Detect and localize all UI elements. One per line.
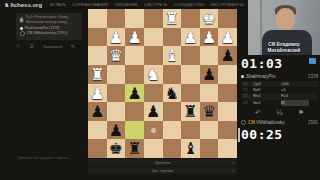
tools-row: ⚐ ☰ Таблица ▾ ✎ [16, 42, 82, 50]
square-b6[interactable]: ♛ [200, 102, 219, 121]
move-list: 20 Qg3 Qb6 21 Bd3 a3 22 Rh4 Rc6 23 Ne4 f… [241, 81, 318, 106]
square-d6[interactable] [163, 102, 182, 121]
square-g7[interactable]: ♟ [107, 121, 126, 140]
nav-item-tools[interactable]: ИНСТРУМЕНТЫ [211, 2, 244, 7]
square-d4[interactable] [163, 65, 182, 84]
piece-white-pawn[interactable]: ♟ [200, 28, 219, 47]
black-color-icon [241, 120, 246, 125]
player-name: VMikhailovsky [256, 120, 285, 125]
square-b4[interactable]: ♟ [200, 65, 219, 84]
square-e5[interactable] [144, 84, 163, 103]
chevron-right-icon: › [232, 167, 234, 174]
black-move[interactable]: Rc6 [281, 93, 309, 99]
square-h7[interactable] [88, 121, 107, 140]
square-c8[interactable]: ♝ [181, 139, 200, 158]
square-a2[interactable]: ♟ [218, 28, 237, 47]
square-c6[interactable]: ♜ [181, 102, 200, 121]
player-clock: 00:25 [241, 127, 317, 143]
square-g8[interactable]: ♚ [107, 139, 126, 158]
square-a7[interactable] [218, 121, 237, 140]
opponent-clock: 01:03 [241, 56, 317, 71]
spectators-label: Зрители [155, 160, 170, 165]
piece-white-knight[interactable]: ♞ [144, 65, 163, 84]
piece-black-pawn[interactable]: ♟ [107, 121, 126, 140]
piece-black-pawn[interactable]: ♟ [200, 65, 219, 84]
square-h8[interactable] [88, 139, 107, 158]
square-d3[interactable]: ♝ [163, 46, 182, 65]
lichess-stream-screen: ♞ lichess.org ИГРАТЬ СОРЕВНОВАНИЯ ОБУЧЕН… [0, 0, 320, 180]
chat-row[interactable]: Чат партии › [88, 167, 237, 174]
piece-white-rook[interactable]: ♜ [88, 65, 107, 84]
square-g1[interactable] [107, 9, 126, 28]
square-b1[interactable]: ♚ [200, 9, 219, 28]
piece-white-bishop[interactable]: ♝ [163, 46, 182, 65]
chevron-right-icon: › [232, 159, 234, 166]
square-b8[interactable] [200, 139, 219, 158]
square-f7[interactable] [125, 121, 144, 140]
square-g4[interactable] [107, 65, 126, 84]
square-e3[interactable] [144, 46, 163, 65]
logo-text: lichess.org [10, 2, 42, 8]
move-number: 23 [241, 100, 253, 106]
square-h4[interactable]: ♜ [88, 65, 107, 84]
piece-black-rook[interactable]: ♜ [125, 139, 144, 158]
piece-white-pawn[interactable]: ♟ [181, 28, 200, 47]
chat-label: Чат партии [152, 168, 173, 173]
piece-black-pawn[interactable]: ♟ [88, 102, 107, 121]
black-move-current[interactable]: f5 [281, 100, 309, 106]
square-e2[interactable] [144, 28, 163, 47]
square-f5[interactable]: ♟ [125, 84, 144, 103]
lichess-logo[interactable]: ♞ lichess.org [4, 1, 42, 8]
black-color-icon [20, 31, 25, 36]
square-c5[interactable] [181, 84, 200, 103]
square-a3[interactable]: ♟ [218, 46, 237, 65]
game-actions: ↶ ½ ⚑ [241, 107, 318, 118]
nav-item-play[interactable]: ИГРАТЬ [50, 2, 66, 7]
white-color-icon [20, 27, 23, 30]
spectators-row[interactable]: Зрители › [88, 159, 237, 166]
piece-black-knight[interactable]: ♞ [163, 84, 182, 103]
menu-tool-icon[interactable]: ☰ [29, 43, 33, 49]
white-move[interactable]: Ne4 [253, 100, 281, 106]
nav-item-tournaments[interactable]: СОРЕВНОВАНИЯ [72, 2, 108, 7]
square-h6[interactable]: ♟ [88, 102, 107, 121]
piece-black-bishop[interactable]: ♝ [181, 139, 200, 158]
square-g6[interactable] [107, 102, 126, 121]
streamer-caption: СМ Владимир Михайловский [248, 42, 320, 53]
square-c4[interactable] [181, 65, 200, 84]
player-title: СМ [248, 120, 255, 125]
piece-white-pawn[interactable]: ♟ [125, 28, 144, 47]
nav-menu: ИГРАТЬ СОРЕВНОВАНИЯ ОБУЧЕНИЕ СМОТРЕТЬ СО… [50, 2, 244, 7]
settings-tool-icon[interactable]: ✎ [71, 43, 75, 49]
square-h2[interactable] [88, 28, 107, 47]
square-c2[interactable]: ♟ [181, 28, 200, 47]
draw-offer-button[interactable]: ½ [276, 109, 283, 117]
square-a5[interactable] [218, 84, 237, 103]
square-b2[interactable]: ♟ [200, 28, 219, 47]
chat-ticker: Зрители обсуждают партию… [17, 155, 73, 160]
streamer-face [276, 8, 295, 30]
piece-black-pawn[interactable]: ♟ [125, 84, 144, 103]
square-c3[interactable] [181, 46, 200, 65]
square-c1[interactable] [181, 9, 200, 28]
square-e6[interactable]: ♟ [144, 102, 163, 121]
piece-white-pawn[interactable]: ♟ [107, 28, 126, 47]
opponent-player-row[interactable]: ShakhmatyPro 2378 [241, 73, 318, 80]
piece-white-king[interactable]: ♚ [200, 9, 219, 28]
chess-board: ♜♚♟♟♟♟♟♛♝♟♜♞♟♟♟♞♟♟♜♛♟♚♜♝ [88, 9, 237, 158]
square-e8[interactable] [144, 139, 163, 158]
square-d5[interactable]: ♞ [163, 84, 182, 103]
square-d1[interactable]: ♜ [163, 9, 182, 28]
square-a6[interactable] [218, 102, 237, 121]
crosstable-dropdown[interactable]: Таблица ▾ [43, 44, 62, 49]
takeback-button[interactable]: ↶ [255, 109, 261, 117]
square-h5[interactable]: ♟ [88, 84, 107, 103]
square-a8[interactable] [218, 139, 237, 158]
square-a4[interactable] [218, 65, 237, 84]
square-g2[interactable]: ♟ [107, 28, 126, 47]
square-h1[interactable] [88, 9, 107, 28]
square-b7[interactable] [200, 121, 219, 140]
square-f4[interactable] [125, 65, 144, 84]
piece-black-rook[interactable]: ♜ [181, 102, 200, 121]
white-color-icon [241, 75, 244, 78]
opponent-name: ShakhmatyPro [246, 74, 276, 79]
piece-black-pawn[interactable]: ♟ [218, 46, 237, 65]
webcam-overlay: СМ Владимир Михайловский [248, 0, 320, 55]
stream-badge-icon [309, 58, 316, 64]
square-f3[interactable] [125, 46, 144, 65]
square-b3[interactable] [200, 46, 219, 65]
square-f2[interactable]: ♟ [125, 28, 144, 47]
player-row[interactable]: СМ VMikhailovsky 2591 [241, 119, 318, 126]
square-c7[interactable] [181, 121, 200, 140]
square-d8[interactable] [163, 139, 182, 158]
black-player-line: СМ VMikhailovsky (2591) [20, 31, 79, 36]
piece-white-rook[interactable]: ♜ [163, 9, 182, 28]
square-f1[interactable] [125, 9, 144, 28]
move-hint-dot [151, 128, 156, 133]
square-e7[interactable] [144, 121, 163, 140]
square-g3[interactable]: ♛ [107, 46, 126, 65]
square-a1[interactable] [218, 9, 237, 28]
piece-black-king[interactable]: ♚ [107, 139, 126, 158]
resign-button[interactable]: ⚑ [298, 109, 304, 117]
square-d7[interactable] [163, 121, 182, 140]
square-f6[interactable] [125, 102, 144, 121]
player-rating: 2591 [308, 120, 318, 125]
knight-logo-icon: ♞ [4, 1, 9, 8]
square-h3[interactable] [88, 46, 107, 65]
piece-black-queen[interactable]: ♛ [200, 102, 219, 121]
nav-item-watch[interactable]: СМОТРЕТЬ [144, 2, 168, 7]
game-meta-box: 3+0 • Рейтинговая • Блиц Несколько секун… [16, 13, 82, 40]
move-row: 23 Ne4 f5 [241, 100, 318, 106]
nav-item-community[interactable]: СООБЩЕСТВО [174, 2, 205, 7]
square-b5[interactable] [200, 84, 219, 103]
square-f8[interactable]: ♜ [125, 139, 144, 158]
flag-tool-icon[interactable]: ⚐ [16, 43, 20, 49]
clock-indicator-bar [238, 128, 240, 142]
piece-black-pawn[interactable]: ♟ [144, 102, 163, 121]
opponent-rating: 2378 [308, 74, 318, 79]
nav-item-learn[interactable]: ОБУЧЕНИЕ [114, 2, 138, 7]
piece-white-pawn[interactable]: ♟ [88, 84, 107, 103]
blitz-flame-icon [19, 16, 24, 24]
piece-white-queen[interactable]: ♛ [107, 46, 126, 65]
square-e4[interactable]: ♞ [144, 65, 163, 84]
square-d2[interactable] [163, 28, 182, 47]
piece-white-pawn[interactable]: ♟ [218, 28, 237, 47]
square-g5[interactable] [107, 84, 126, 103]
game-start-time: Несколько секунд назад [26, 20, 79, 25]
square-e1[interactable] [144, 9, 163, 28]
